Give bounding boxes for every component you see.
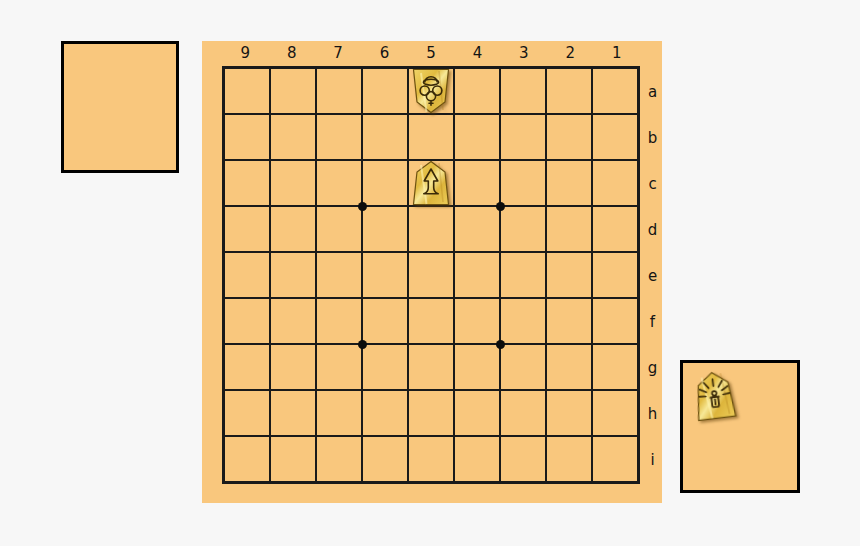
cell-8e[interactable]	[271, 253, 315, 297]
cell-6h[interactable]	[363, 391, 407, 435]
piece-sente-pawn[interactable]	[412, 160, 450, 206]
cell-1b[interactable]	[593, 115, 637, 159]
cell-8i[interactable]	[271, 437, 315, 481]
cell-9h[interactable]	[225, 391, 269, 435]
rank-label-a: a	[643, 69, 662, 115]
sunrays-lamp-icon	[691, 369, 738, 423]
cell-8d[interactable]	[271, 207, 315, 251]
cell-9i[interactable]	[225, 437, 269, 481]
file-label-4: 4	[454, 41, 500, 66]
cell-6g[interactable]	[363, 345, 407, 389]
cell-1d[interactable]	[593, 207, 637, 251]
cell-8a[interactable]	[271, 69, 315, 113]
cell-7d[interactable]	[317, 207, 361, 251]
cell-1f[interactable]	[593, 299, 637, 343]
cell-3b[interactable]	[501, 115, 545, 159]
cell-9d[interactable]	[225, 207, 269, 251]
cell-6e[interactable]	[363, 253, 407, 297]
file-label-8: 8	[268, 41, 314, 66]
rank-label-g: g	[643, 345, 662, 391]
cell-2a[interactable]	[547, 69, 591, 113]
cell-8b[interactable]	[271, 115, 315, 159]
cell-5f[interactable]	[409, 299, 453, 343]
file-labels: 987654321	[222, 41, 640, 66]
cell-9e[interactable]	[225, 253, 269, 297]
cell-4i[interactable]	[455, 437, 499, 481]
shogi-app-screen: 987654321 abcdefghi	[0, 0, 860, 546]
cell-7i[interactable]	[317, 437, 361, 481]
cell-2h[interactable]	[547, 391, 591, 435]
rank-label-c: c	[643, 161, 662, 207]
cell-4e[interactable]	[455, 253, 499, 297]
rank-label-f: f	[643, 299, 662, 345]
cell-2b[interactable]	[547, 115, 591, 159]
cell-5b[interactable]	[409, 115, 453, 159]
rank-label-e: e	[643, 253, 662, 299]
cell-7a[interactable]	[317, 69, 361, 113]
file-label-6: 6	[361, 41, 407, 66]
cell-7g[interactable]	[317, 345, 361, 389]
cell-3i[interactable]	[501, 437, 545, 481]
cell-3f[interactable]	[501, 299, 545, 343]
cell-1c[interactable]	[593, 161, 637, 205]
cell-6d[interactable]	[363, 207, 407, 251]
cell-3e[interactable]	[501, 253, 545, 297]
cell-6f[interactable]	[363, 299, 407, 343]
cell-7b[interactable]	[317, 115, 361, 159]
cell-1a[interactable]	[593, 69, 637, 113]
cell-7e[interactable]	[317, 253, 361, 297]
cell-5h[interactable]	[409, 391, 453, 435]
cell-3h[interactable]	[501, 391, 545, 435]
cell-2f[interactable]	[547, 299, 591, 343]
cell-8f[interactable]	[271, 299, 315, 343]
rank-label-b: b	[643, 115, 662, 161]
cell-2g[interactable]	[547, 345, 591, 389]
rank-label-h: h	[643, 391, 662, 437]
cell-6b[interactable]	[363, 115, 407, 159]
piece-gote-king[interactable]	[412, 68, 450, 114]
file-label-2: 2	[547, 41, 593, 66]
sente-hand-tray[interactable]	[680, 360, 800, 493]
arrow-icon	[412, 160, 450, 206]
cell-1i[interactable]	[593, 437, 637, 481]
cell-7c[interactable]	[317, 161, 361, 205]
cell-4a[interactable]	[455, 69, 499, 113]
cell-4h[interactable]	[455, 391, 499, 435]
rank-label-i: i	[643, 437, 662, 483]
cell-5i[interactable]	[409, 437, 453, 481]
cell-1g[interactable]	[593, 345, 637, 389]
file-label-3: 3	[501, 41, 547, 66]
file-label-1: 1	[594, 41, 640, 66]
cell-9g[interactable]	[225, 345, 269, 389]
cell-4c[interactable]	[455, 161, 499, 205]
cell-9b[interactable]	[225, 115, 269, 159]
file-label-9: 9	[222, 41, 268, 66]
hand-piece-sente-gold[interactable]	[691, 369, 738, 423]
cell-7h[interactable]	[317, 391, 361, 435]
cell-3c[interactable]	[501, 161, 545, 205]
cell-6i[interactable]	[363, 437, 407, 481]
cell-8g[interactable]	[271, 345, 315, 389]
cell-4f[interactable]	[455, 299, 499, 343]
cell-9a[interactable]	[225, 69, 269, 113]
cell-3a[interactable]	[501, 69, 545, 113]
cell-1e[interactable]	[593, 253, 637, 297]
cell-6c[interactable]	[363, 161, 407, 205]
cell-3g[interactable]	[501, 345, 545, 389]
cell-5d[interactable]	[409, 207, 453, 251]
cell-3d[interactable]	[501, 207, 545, 251]
cell-4d[interactable]	[455, 207, 499, 251]
gote-hand-tray[interactable]	[61, 41, 179, 173]
cell-1h[interactable]	[593, 391, 637, 435]
crown-icon	[412, 68, 450, 114]
rank-label-d: d	[643, 207, 662, 253]
rank-labels: abcdefghi	[643, 69, 662, 483]
cell-2e[interactable]	[547, 253, 591, 297]
cell-2d[interactable]	[547, 207, 591, 251]
cell-2i[interactable]	[547, 437, 591, 481]
cell-4g[interactable]	[455, 345, 499, 389]
cell-8h[interactable]	[271, 391, 315, 435]
cell-9f[interactable]	[225, 299, 269, 343]
cell-7f[interactable]	[317, 299, 361, 343]
board-grid[interactable]	[222, 66, 640, 484]
cell-5e[interactable]	[409, 253, 453, 297]
cell-4b[interactable]	[455, 115, 499, 159]
cell-8c[interactable]	[271, 161, 315, 205]
file-label-5: 5	[408, 41, 454, 66]
file-label-7: 7	[315, 41, 361, 66]
cell-9c[interactable]	[225, 161, 269, 205]
cell-6a[interactable]	[363, 69, 407, 113]
cell-2c[interactable]	[547, 161, 591, 205]
cell-5g[interactable]	[409, 345, 453, 389]
shogi-board-panel: 987654321 abcdefghi	[202, 41, 662, 503]
